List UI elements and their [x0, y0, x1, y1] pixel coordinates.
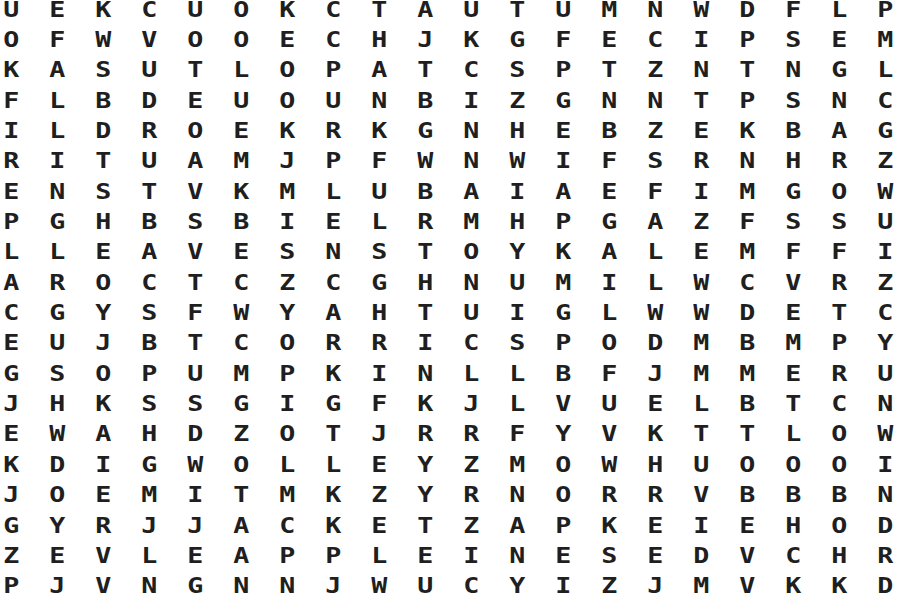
grid-cell-r17c14[interactable]: R: [586, 481, 632, 511]
grid-cell-r6c7[interactable]: J: [264, 147, 310, 177]
grid-cell-r20c8[interactable]: J: [310, 572, 356, 601]
grid-cell-r8c7[interactable]: I: [264, 207, 310, 237]
grid-cell-r13c6[interactable]: M: [218, 359, 264, 389]
grid-cell-r9c20[interactable]: I: [862, 238, 900, 268]
grid-cell-r7c17[interactable]: M: [724, 177, 770, 207]
grid-cell-r1c13[interactable]: U: [540, 0, 586, 25]
grid-cell-r19c8[interactable]: P: [310, 541, 356, 571]
grid-cell-r12c18[interactable]: M: [770, 329, 816, 359]
grid-cell-r9c18[interactable]: F: [770, 238, 816, 268]
grid-cell-r16c14[interactable]: W: [586, 450, 632, 480]
grid-cell-r11c2[interactable]: G: [34, 298, 80, 328]
grid-cell-r16c19[interactable]: O: [816, 450, 862, 480]
grid-cell-r14c11[interactable]: J: [448, 389, 494, 419]
grid-cell-r18c6[interactable]: A: [218, 511, 264, 541]
grid-cell-r20c2[interactable]: J: [34, 572, 80, 601]
grid-cell-r15c4[interactable]: H: [126, 420, 172, 450]
grid-cell-r10c15[interactable]: L: [632, 268, 678, 298]
grid-cell-r16c18[interactable]: O: [770, 450, 816, 480]
grid-cell-r16c3[interactable]: I: [80, 450, 126, 480]
grid-cell-r2c2[interactable]: F: [34, 25, 80, 55]
grid-cell-r10c7[interactable]: Z: [264, 268, 310, 298]
grid-cell-r20c5[interactable]: G: [172, 572, 218, 601]
grid-cell-r11c17[interactable]: D: [724, 298, 770, 328]
grid-cell-r13c13[interactable]: B: [540, 359, 586, 389]
grid-cell-r1c17[interactable]: D: [724, 0, 770, 25]
grid-cell-r15c3[interactable]: A: [80, 420, 126, 450]
grid-cell-r4c18[interactable]: S: [770, 86, 816, 116]
grid-cell-r11c6[interactable]: W: [218, 298, 264, 328]
grid-cell-r10c12[interactable]: U: [494, 268, 540, 298]
grid-cell-r2c18[interactable]: S: [770, 25, 816, 55]
grid-cell-r7c19[interactable]: O: [816, 177, 862, 207]
grid-cell-r4c15[interactable]: N: [632, 86, 678, 116]
grid-cell-r11c14[interactable]: L: [586, 298, 632, 328]
grid-cell-r8c13[interactable]: P: [540, 207, 586, 237]
grid-cell-r6c1[interactable]: R: [0, 147, 34, 177]
grid-cell-r15c15[interactable]: K: [632, 420, 678, 450]
grid-cell-r14c8[interactable]: G: [310, 389, 356, 419]
grid-cell-r16c15[interactable]: H: [632, 450, 678, 480]
grid-cell-r2c11[interactable]: K: [448, 25, 494, 55]
grid-cell-r18c19[interactable]: O: [816, 511, 862, 541]
grid-cell-r19c13[interactable]: E: [540, 541, 586, 571]
grid-cell-r7c13[interactable]: A: [540, 177, 586, 207]
grid-cell-r20c3[interactable]: V: [80, 572, 126, 601]
grid-cell-r10c6[interactable]: C: [218, 268, 264, 298]
grid-cell-r6c12[interactable]: W: [494, 147, 540, 177]
grid-cell-r6c9[interactable]: F: [356, 147, 402, 177]
grid-cell-r19c7[interactable]: P: [264, 541, 310, 571]
grid-cell-r1c3[interactable]: K: [80, 0, 126, 25]
grid-cell-r18c11[interactable]: Z: [448, 511, 494, 541]
grid-cell-r20c9[interactable]: W: [356, 572, 402, 601]
grid-cell-r16c8[interactable]: L: [310, 450, 356, 480]
grid-cell-r12c19[interactable]: P: [816, 329, 862, 359]
grid-cell-r11c12[interactable]: I: [494, 298, 540, 328]
grid-cell-r20c11[interactable]: C: [448, 572, 494, 601]
grid-cell-r11c18[interactable]: E: [770, 298, 816, 328]
grid-cell-r18c14[interactable]: K: [586, 511, 632, 541]
grid-cell-r13c4[interactable]: P: [126, 359, 172, 389]
grid-cell-r14c15[interactable]: E: [632, 389, 678, 419]
grid-cell-r10c8[interactable]: C: [310, 268, 356, 298]
grid-cell-r1c10[interactable]: A: [402, 0, 448, 25]
grid-cell-r18c12[interactable]: A: [494, 511, 540, 541]
grid-cell-r16c12[interactable]: M: [494, 450, 540, 480]
grid-cell-r17c16[interactable]: V: [678, 481, 724, 511]
grid-cell-r9c13[interactable]: K: [540, 238, 586, 268]
grid-cell-r13c9[interactable]: I: [356, 359, 402, 389]
grid-cell-r2c6[interactable]: O: [218, 25, 264, 55]
grid-cell-r4c14[interactable]: N: [586, 86, 632, 116]
grid-cell-r6c17[interactable]: N: [724, 147, 770, 177]
grid-cell-r12c13[interactable]: P: [540, 329, 586, 359]
grid-cell-r13c17[interactable]: M: [724, 359, 770, 389]
grid-cell-r14c7[interactable]: I: [264, 389, 310, 419]
grid-cell-r20c7[interactable]: N: [264, 572, 310, 601]
grid-cell-r3c14[interactable]: T: [586, 56, 632, 86]
grid-cell-r18c5[interactable]: J: [172, 511, 218, 541]
grid-cell-r20c18[interactable]: K: [770, 572, 816, 601]
grid-cell-r15c16[interactable]: T: [678, 420, 724, 450]
grid-cell-r19c9[interactable]: L: [356, 541, 402, 571]
grid-cell-r3c1[interactable]: K: [0, 56, 34, 86]
grid-cell-r13c2[interactable]: S: [34, 359, 80, 389]
grid-cell-r16c6[interactable]: O: [218, 450, 264, 480]
grid-cell-r14c6[interactable]: G: [218, 389, 264, 419]
grid-cell-r8c10[interactable]: R: [402, 207, 448, 237]
grid-cell-r8c16[interactable]: Z: [678, 207, 724, 237]
grid-cell-r20c1[interactable]: P: [0, 572, 34, 601]
grid-cell-r2c1[interactable]: O: [0, 25, 34, 55]
grid-cell-r18c18[interactable]: H: [770, 511, 816, 541]
grid-cell-r15c12[interactable]: F: [494, 420, 540, 450]
grid-cell-r11c1[interactable]: C: [0, 298, 34, 328]
grid-cell-r3c15[interactable]: Z: [632, 56, 678, 86]
grid-cell-r17c4[interactable]: M: [126, 481, 172, 511]
grid-cell-r17c9[interactable]: Z: [356, 481, 402, 511]
grid-cell-r4c8[interactable]: U: [310, 86, 356, 116]
grid-cell-r4c5[interactable]: E: [172, 86, 218, 116]
grid-cell-r17c10[interactable]: Y: [402, 481, 448, 511]
grid-cell-r11c15[interactable]: W: [632, 298, 678, 328]
grid-cell-r19c18[interactable]: C: [770, 541, 816, 571]
grid-cell-r19c19[interactable]: H: [816, 541, 862, 571]
grid-cell-r18c2[interactable]: Y: [34, 511, 80, 541]
grid-cell-r4c13[interactable]: G: [540, 86, 586, 116]
grid-cell-r20c13[interactable]: I: [540, 572, 586, 601]
grid-cell-r7c8[interactable]: L: [310, 177, 356, 207]
grid-cell-r15c2[interactable]: W: [34, 420, 80, 450]
grid-cell-r3c17[interactable]: T: [724, 56, 770, 86]
grid-cell-r8c5[interactable]: S: [172, 207, 218, 237]
grid-cell-r1c14[interactable]: M: [586, 0, 632, 25]
grid-cell-r4c6[interactable]: U: [218, 86, 264, 116]
grid-cell-r10c19[interactable]: R: [816, 268, 862, 298]
grid-cell-r18c10[interactable]: T: [402, 511, 448, 541]
grid-cell-r7c5[interactable]: V: [172, 177, 218, 207]
grid-cell-r3c10[interactable]: T: [402, 56, 448, 86]
grid-cell-r20c16[interactable]: M: [678, 572, 724, 601]
grid-cell-r20c4[interactable]: N: [126, 572, 172, 601]
grid-cell-r14c16[interactable]: L: [678, 389, 724, 419]
grid-cell-r16c1[interactable]: K: [0, 450, 34, 480]
grid-cell-r10c5[interactable]: T: [172, 268, 218, 298]
grid-cell-r14c14[interactable]: U: [586, 389, 632, 419]
grid-cell-r2c5[interactable]: O: [172, 25, 218, 55]
grid-cell-r6c11[interactable]: N: [448, 147, 494, 177]
grid-cell-r16c9[interactable]: E: [356, 450, 402, 480]
grid-cell-r12c12[interactable]: S: [494, 329, 540, 359]
grid-cell-r17c19[interactable]: B: [816, 481, 862, 511]
grid-cell-r10c1[interactable]: A: [0, 268, 34, 298]
grid-cell-r10c11[interactable]: N: [448, 268, 494, 298]
grid-cell-r7c18[interactable]: G: [770, 177, 816, 207]
grid-cell-r11c4[interactable]: S: [126, 298, 172, 328]
grid-cell-r17c3[interactable]: E: [80, 481, 126, 511]
grid-cell-r20c10[interactable]: U: [402, 572, 448, 601]
grid-cell-r4c17[interactable]: P: [724, 86, 770, 116]
grid-cell-r4c2[interactable]: L: [34, 86, 80, 116]
grid-cell-r7c11[interactable]: A: [448, 177, 494, 207]
grid-cell-r20c6[interactable]: N: [218, 572, 264, 601]
grid-cell-r12c17[interactable]: B: [724, 329, 770, 359]
grid-cell-r4c19[interactable]: N: [816, 86, 862, 116]
grid-cell-r13c15[interactable]: J: [632, 359, 678, 389]
grid-cell-r5c12[interactable]: H: [494, 116, 540, 146]
grid-cell-r5c15[interactable]: Z: [632, 116, 678, 146]
grid-cell-r3c8[interactable]: P: [310, 56, 356, 86]
grid-cell-r5c7[interactable]: K: [264, 116, 310, 146]
grid-cell-r8c14[interactable]: G: [586, 207, 632, 237]
grid-cell-r19c16[interactable]: D: [678, 541, 724, 571]
grid-cell-r8c18[interactable]: S: [770, 207, 816, 237]
grid-cell-r9c16[interactable]: E: [678, 238, 724, 268]
grid-cell-r6c6[interactable]: M: [218, 147, 264, 177]
grid-cell-r19c4[interactable]: L: [126, 541, 172, 571]
grid-cell-r12c15[interactable]: D: [632, 329, 678, 359]
grid-cell-r9c4[interactable]: A: [126, 238, 172, 268]
grid-cell-r18c8[interactable]: K: [310, 511, 356, 541]
grid-cell-r18c1[interactable]: G: [0, 511, 34, 541]
grid-cell-r4c4[interactable]: D: [126, 86, 172, 116]
grid-cell-r8c20[interactable]: U: [862, 207, 900, 237]
grid-cell-r19c3[interactable]: V: [80, 541, 126, 571]
grid-cell-r3c4[interactable]: U: [126, 56, 172, 86]
grid-cell-r5c14[interactable]: B: [586, 116, 632, 146]
grid-cell-r5c13[interactable]: E: [540, 116, 586, 146]
grid-cell-r18c7[interactable]: C: [264, 511, 310, 541]
grid-cell-r14c12[interactable]: L: [494, 389, 540, 419]
grid-cell-r14c1[interactable]: J: [0, 389, 34, 419]
grid-cell-r5c5[interactable]: O: [172, 116, 218, 146]
grid-cell-r13c20[interactable]: U: [862, 359, 900, 389]
grid-cell-r7c12[interactable]: I: [494, 177, 540, 207]
grid-cell-r10c2[interactable]: R: [34, 268, 80, 298]
grid-cell-r15c13[interactable]: Y: [540, 420, 586, 450]
grid-cell-r1c18[interactable]: F: [770, 0, 816, 25]
grid-cell-r14c13[interactable]: V: [540, 389, 586, 419]
grid-cell-r2c12[interactable]: G: [494, 25, 540, 55]
grid-cell-r7c14[interactable]: E: [586, 177, 632, 207]
grid-cell-r10c9[interactable]: G: [356, 268, 402, 298]
grid-cell-r13c8[interactable]: K: [310, 359, 356, 389]
grid-cell-r14c5[interactable]: S: [172, 389, 218, 419]
grid-cell-r12c9[interactable]: R: [356, 329, 402, 359]
grid-cell-r19c1[interactable]: Z: [0, 541, 34, 571]
grid-cell-r17c8[interactable]: K: [310, 481, 356, 511]
grid-cell-r4c10[interactable]: B: [402, 86, 448, 116]
grid-cell-r16c7[interactable]: L: [264, 450, 310, 480]
grid-cell-r18c9[interactable]: E: [356, 511, 402, 541]
grid-cell-r16c2[interactable]: D: [34, 450, 80, 480]
grid-cell-r19c15[interactable]: E: [632, 541, 678, 571]
grid-cell-r16c16[interactable]: U: [678, 450, 724, 480]
grid-cell-r8c15[interactable]: A: [632, 207, 678, 237]
grid-cell-r2c10[interactable]: J: [402, 25, 448, 55]
grid-cell-r15c9[interactable]: J: [356, 420, 402, 450]
grid-cell-r6c20[interactable]: Z: [862, 147, 900, 177]
grid-cell-r10c13[interactable]: M: [540, 268, 586, 298]
grid-cell-r1c9[interactable]: T: [356, 0, 402, 25]
grid-cell-r4c20[interactable]: C: [862, 86, 900, 116]
grid-cell-r11c20[interactable]: C: [862, 298, 900, 328]
grid-cell-r2c8[interactable]: C: [310, 25, 356, 55]
grid-cell-r3c18[interactable]: N: [770, 56, 816, 86]
grid-cell-r9c5[interactable]: V: [172, 238, 218, 268]
grid-cell-r2c3[interactable]: W: [80, 25, 126, 55]
grid-cell-r13c12[interactable]: L: [494, 359, 540, 389]
grid-cell-r3c12[interactable]: S: [494, 56, 540, 86]
grid-cell-r5c10[interactable]: G: [402, 116, 448, 146]
grid-cell-r17c18[interactable]: B: [770, 481, 816, 511]
grid-cell-r14c19[interactable]: C: [816, 389, 862, 419]
grid-cell-r9c14[interactable]: A: [586, 238, 632, 268]
grid-cell-r9c19[interactable]: F: [816, 238, 862, 268]
grid-cell-r11c5[interactable]: F: [172, 298, 218, 328]
grid-cell-r13c1[interactable]: G: [0, 359, 34, 389]
grid-cell-r3c3[interactable]: S: [80, 56, 126, 86]
grid-cell-r2c20[interactable]: M: [862, 25, 900, 55]
grid-cell-r14c10[interactable]: K: [402, 389, 448, 419]
grid-cell-r17c20[interactable]: N: [862, 481, 900, 511]
grid-cell-r12c14[interactable]: O: [586, 329, 632, 359]
grid-cell-r3c16[interactable]: N: [678, 56, 724, 86]
grid-cell-r5c11[interactable]: N: [448, 116, 494, 146]
grid-cell-r16c5[interactable]: W: [172, 450, 218, 480]
grid-cell-r11c3[interactable]: Y: [80, 298, 126, 328]
grid-cell-r18c17[interactable]: E: [724, 511, 770, 541]
grid-cell-r18c20[interactable]: D: [862, 511, 900, 541]
grid-cell-r2c4[interactable]: V: [126, 25, 172, 55]
grid-cell-r15c10[interactable]: R: [402, 420, 448, 450]
grid-cell-r5c3[interactable]: D: [80, 116, 126, 146]
grid-cell-r10c3[interactable]: O: [80, 268, 126, 298]
grid-cell-r11c10[interactable]: T: [402, 298, 448, 328]
grid-cell-r19c6[interactable]: A: [218, 541, 264, 571]
grid-cell-r6c15[interactable]: S: [632, 147, 678, 177]
grid-cell-r11c8[interactable]: A: [310, 298, 356, 328]
grid-cell-r4c7[interactable]: O: [264, 86, 310, 116]
grid-cell-r20c19[interactable]: K: [816, 572, 862, 601]
grid-cell-r12c5[interactable]: T: [172, 329, 218, 359]
grid-cell-r11c16[interactable]: W: [678, 298, 724, 328]
grid-cell-r4c16[interactable]: T: [678, 86, 724, 116]
grid-cell-r7c9[interactable]: U: [356, 177, 402, 207]
grid-cell-r18c4[interactable]: J: [126, 511, 172, 541]
grid-cell-r8c1[interactable]: P: [0, 207, 34, 237]
grid-cell-r9c3[interactable]: E: [80, 238, 126, 268]
grid-cell-r9c6[interactable]: E: [218, 238, 264, 268]
grid-cell-r5c9[interactable]: K: [356, 116, 402, 146]
grid-cell-r12c3[interactable]: J: [80, 329, 126, 359]
grid-cell-r20c17[interactable]: V: [724, 572, 770, 601]
grid-cell-r14c9[interactable]: F: [356, 389, 402, 419]
grid-cell-r13c19[interactable]: R: [816, 359, 862, 389]
grid-cell-r16c10[interactable]: Y: [402, 450, 448, 480]
grid-cell-r1c2[interactable]: E: [34, 0, 80, 25]
grid-cell-r9c9[interactable]: S: [356, 238, 402, 268]
grid-cell-r4c1[interactable]: F: [0, 86, 34, 116]
grid-cell-r11c9[interactable]: H: [356, 298, 402, 328]
grid-cell-r13c5[interactable]: U: [172, 359, 218, 389]
grid-cell-r2c17[interactable]: P: [724, 25, 770, 55]
grid-cell-r15c6[interactable]: Z: [218, 420, 264, 450]
grid-cell-r9c2[interactable]: L: [34, 238, 80, 268]
grid-cell-r6c14[interactable]: F: [586, 147, 632, 177]
grid-cell-r18c3[interactable]: R: [80, 511, 126, 541]
grid-cell-r14c3[interactable]: K: [80, 389, 126, 419]
grid-cell-r5c20[interactable]: G: [862, 116, 900, 146]
grid-cell-r6c5[interactable]: A: [172, 147, 218, 177]
grid-cell-r19c10[interactable]: E: [402, 541, 448, 571]
grid-cell-r10c17[interactable]: C: [724, 268, 770, 298]
grid-cell-r10c4[interactable]: C: [126, 268, 172, 298]
grid-cell-r8c4[interactable]: B: [126, 207, 172, 237]
grid-cell-r3c7[interactable]: O: [264, 56, 310, 86]
grid-cell-r8c17[interactable]: F: [724, 207, 770, 237]
grid-cell-r7c3[interactable]: S: [80, 177, 126, 207]
grid-cell-r13c3[interactable]: O: [80, 359, 126, 389]
grid-cell-r1c12[interactable]: T: [494, 0, 540, 25]
grid-cell-r6c3[interactable]: T: [80, 147, 126, 177]
grid-cell-r5c2[interactable]: L: [34, 116, 80, 146]
grid-cell-r1c6[interactable]: O: [218, 0, 264, 25]
grid-cell-r10c16[interactable]: W: [678, 268, 724, 298]
grid-cell-r9c12[interactable]: Y: [494, 238, 540, 268]
grid-cell-r6c16[interactable]: R: [678, 147, 724, 177]
grid-cell-r1c20[interactable]: P: [862, 0, 900, 25]
grid-cell-r6c4[interactable]: U: [126, 147, 172, 177]
grid-cell-r8c11[interactable]: M: [448, 207, 494, 237]
grid-cell-r7c4[interactable]: T: [126, 177, 172, 207]
grid-cell-r10c20[interactable]: Z: [862, 268, 900, 298]
grid-cell-r13c18[interactable]: E: [770, 359, 816, 389]
grid-cell-r2c9[interactable]: H: [356, 25, 402, 55]
grid-cell-r3c9[interactable]: A: [356, 56, 402, 86]
grid-cell-r2c16[interactable]: I: [678, 25, 724, 55]
grid-cell-r16c20[interactable]: I: [862, 450, 900, 480]
grid-cell-r18c16[interactable]: I: [678, 511, 724, 541]
grid-cell-r16c11[interactable]: Z: [448, 450, 494, 480]
grid-cell-r13c10[interactable]: N: [402, 359, 448, 389]
grid-cell-r15c19[interactable]: O: [816, 420, 862, 450]
grid-cell-r2c13[interactable]: F: [540, 25, 586, 55]
grid-cell-r14c17[interactable]: B: [724, 389, 770, 419]
grid-cell-r16c13[interactable]: O: [540, 450, 586, 480]
grid-cell-r19c14[interactable]: S: [586, 541, 632, 571]
grid-cell-r17c2[interactable]: O: [34, 481, 80, 511]
grid-cell-r5c1[interactable]: I: [0, 116, 34, 146]
grid-cell-r10c18[interactable]: V: [770, 268, 816, 298]
grid-cell-r13c7[interactable]: P: [264, 359, 310, 389]
grid-cell-r1c8[interactable]: C: [310, 0, 356, 25]
grid-cell-r15c17[interactable]: T: [724, 420, 770, 450]
grid-cell-r17c6[interactable]: T: [218, 481, 264, 511]
grid-cell-r20c12[interactable]: Y: [494, 572, 540, 601]
grid-cell-r6c8[interactable]: P: [310, 147, 356, 177]
grid-cell-r3c5[interactable]: T: [172, 56, 218, 86]
grid-cell-r13c16[interactable]: M: [678, 359, 724, 389]
grid-cell-r1c15[interactable]: N: [632, 0, 678, 25]
grid-cell-r17c5[interactable]: I: [172, 481, 218, 511]
grid-cell-r1c5[interactable]: U: [172, 0, 218, 25]
grid-cell-r15c5[interactable]: D: [172, 420, 218, 450]
grid-cell-r8c9[interactable]: L: [356, 207, 402, 237]
grid-cell-r12c10[interactable]: I: [402, 329, 448, 359]
grid-cell-r12c7[interactable]: O: [264, 329, 310, 359]
